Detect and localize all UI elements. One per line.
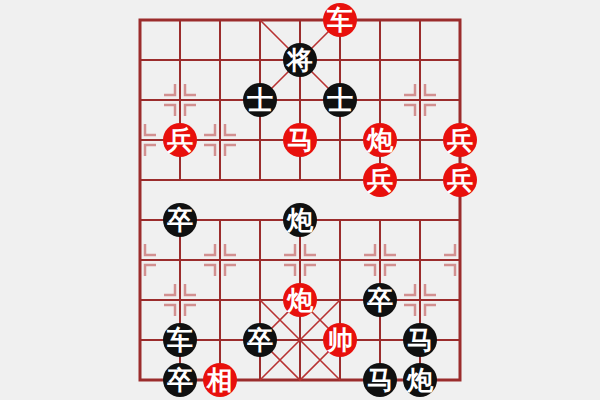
piece-black-soldier[interactable]: 卒: [243, 323, 277, 357]
board-point: 士: [320, 80, 360, 120]
board-point: 车: [160, 320, 200, 360]
board-point: 马: [280, 120, 320, 160]
piece-red-soldier[interactable]: 兵: [443, 163, 477, 197]
board-point: 炮: [280, 280, 320, 320]
board-point: 卒: [160, 200, 200, 240]
board-point: 兵: [440, 160, 480, 200]
piece-black-chariot[interactable]: 车: [163, 323, 197, 357]
piece-red-chariot[interactable]: 车: [323, 3, 357, 37]
board-point: 士: [240, 80, 280, 120]
piece-black-cannon[interactable]: 炮: [403, 363, 437, 397]
board-point: 车: [320, 0, 360, 40]
piece-black-horse[interactable]: 马: [363, 363, 397, 397]
piece-black-soldier[interactable]: 卒: [163, 203, 197, 237]
piece-red-soldier[interactable]: 兵: [363, 163, 397, 197]
piece-red-cannon[interactable]: 炮: [283, 283, 317, 317]
piece-black-advisor[interactable]: 士: [323, 83, 357, 117]
pieces-layer: 车将士士兵马炮兵兵兵卒炮炮卒车卒帅马卒相马炮: [120, 0, 480, 400]
board-point: 相: [200, 360, 240, 400]
piece-red-soldier[interactable]: 兵: [443, 123, 477, 157]
board-point: 卒: [160, 360, 200, 400]
board-point: 炮: [400, 360, 440, 400]
piece-red-soldier[interactable]: 兵: [163, 123, 197, 157]
piece-black-cannon[interactable]: 炮: [283, 203, 317, 237]
piece-black-general[interactable]: 将: [283, 43, 317, 77]
board-point: 帅: [320, 320, 360, 360]
piece-red-cannon[interactable]: 炮: [363, 123, 397, 157]
board-point: 卒: [360, 280, 400, 320]
board-point: 马: [400, 320, 440, 360]
board-point: 兵: [440, 120, 480, 160]
piece-red-elephant[interactable]: 相: [203, 363, 237, 397]
piece-black-soldier[interactable]: 卒: [163, 363, 197, 397]
piece-red-general[interactable]: 帅: [323, 323, 357, 357]
piece-black-horse[interactable]: 马: [403, 323, 437, 357]
piece-black-soldier[interactable]: 卒: [363, 283, 397, 317]
piece-black-advisor[interactable]: 士: [243, 83, 277, 117]
piece-red-horse[interactable]: 马: [283, 123, 317, 157]
xiangqi-diagram: 车将士士兵马炮兵兵兵卒炮炮卒车卒帅马卒相马炮: [0, 0, 600, 400]
board-point: 卒: [240, 320, 280, 360]
board-point: 兵: [360, 160, 400, 200]
board-point: 炮: [360, 120, 400, 160]
board-point: 马: [360, 360, 400, 400]
board-point: 兵: [160, 120, 200, 160]
board-point: 将: [280, 40, 320, 80]
board-point: 炮: [280, 200, 320, 240]
